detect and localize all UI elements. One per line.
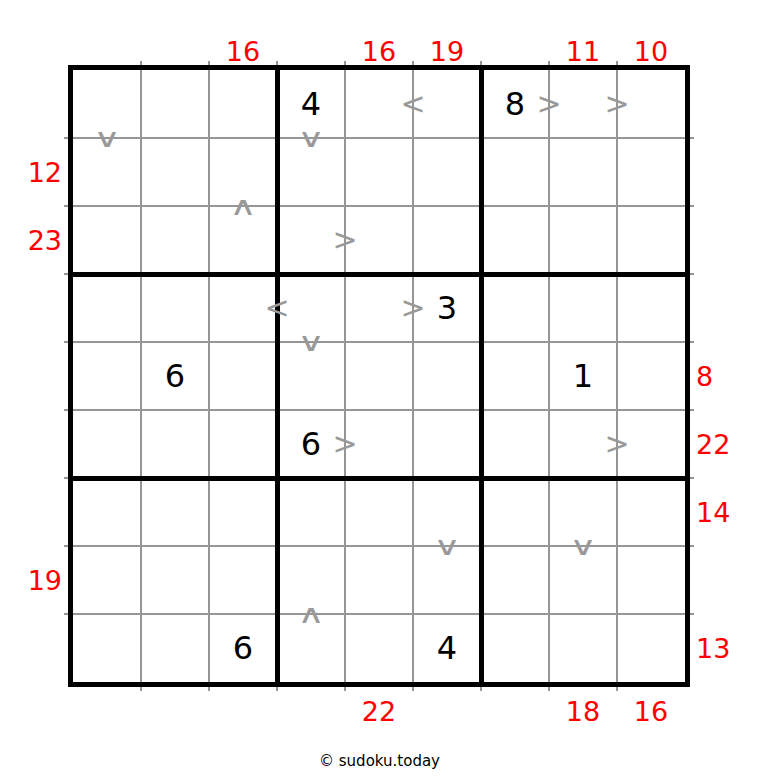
frame-bottom [68, 682, 690, 687]
xsum-clue-left-r8: 19 [0, 546, 62, 614]
cell-r4c8[interactable] [549, 274, 617, 342]
xsum-clue-right-r9: 13 [696, 614, 758, 682]
cell-r8c3[interactable] [209, 546, 277, 614]
cell-r8c6[interactable] [413, 546, 481, 614]
cell-r3c8[interactable] [549, 206, 617, 274]
cell-r2c5[interactable] [345, 138, 413, 206]
xsum-clue-top-c9: 10 [617, 38, 685, 64]
cell-r2c8[interactable] [549, 138, 617, 206]
xsum-clue-left-r3: 23 [0, 206, 62, 274]
page: 48361664<>>><>>>∨∨∧∨∨∨∧ © sudoku.today 1… [0, 0, 759, 779]
given-r1c7[interactable]: 8 [481, 70, 549, 138]
given-r4c6[interactable]: 3 [413, 274, 481, 342]
xsum-clue-right-r5: 8 [696, 342, 758, 410]
cell-r6c2[interactable] [141, 410, 209, 478]
cell-r5c9[interactable] [617, 342, 685, 410]
cell-r5c7[interactable] [481, 342, 549, 410]
xsum-clue-top-c8: 11 [549, 38, 617, 64]
cell-r8c2[interactable] [141, 546, 209, 614]
cell-r3c5[interactable] [345, 206, 413, 274]
cell-r5c5[interactable] [345, 342, 413, 410]
xsum-clue-top-c5: 16 [345, 38, 413, 64]
cell-r9c5[interactable] [345, 614, 413, 682]
cell-r4c4[interactable] [277, 274, 345, 342]
cell-r3c7[interactable] [481, 206, 549, 274]
cell-r4c1[interactable] [73, 274, 141, 342]
cell-r9c1[interactable] [73, 614, 141, 682]
cell-r3c9[interactable] [617, 206, 685, 274]
box-border-horizontal [68, 476, 690, 481]
given-r5c2[interactable]: 6 [141, 342, 209, 410]
cell-r8c9[interactable] [617, 546, 685, 614]
box-border-vertical [479, 65, 484, 687]
cell-r6c9[interactable] [617, 410, 685, 478]
xsum-clue-top-c3: 16 [209, 38, 277, 64]
xsum-clue-bottom-c8: 18 [549, 698, 617, 724]
given-r5c8[interactable]: 1 [549, 342, 617, 410]
cell-r5c1[interactable] [73, 342, 141, 410]
xsum-clue-bottom-c9: 16 [617, 698, 685, 724]
cell-r8c4[interactable] [277, 546, 345, 614]
xsum-clue-top-c6: 19 [413, 38, 481, 64]
cell-r1c1[interactable] [73, 70, 141, 138]
cell-r2c1[interactable] [73, 138, 141, 206]
cell-r2c7[interactable] [481, 138, 549, 206]
credit: © sudoku.today [0, 752, 759, 770]
cell-r6c3[interactable] [209, 410, 277, 478]
cell-r7c2[interactable] [141, 478, 209, 546]
given-r9c3[interactable]: 6 [209, 614, 277, 682]
cell-r7c6[interactable] [413, 478, 481, 546]
cell-r6c8[interactable] [549, 410, 617, 478]
cell-r4c5[interactable] [345, 274, 413, 342]
given-r6c4[interactable]: 6 [277, 410, 345, 478]
cell-r7c7[interactable] [481, 478, 549, 546]
cell-r2c4[interactable] [277, 138, 345, 206]
cell-r8c1[interactable] [73, 546, 141, 614]
xsum-clue-right-r6: 22 [696, 410, 758, 478]
cell-r4c9[interactable] [617, 274, 685, 342]
cell-r8c5[interactable] [345, 546, 413, 614]
cell-r9c8[interactable] [549, 614, 617, 682]
cell-r6c6[interactable] [413, 410, 481, 478]
box-border-vertical [275, 65, 280, 687]
cell-r5c3[interactable] [209, 342, 277, 410]
cell-r9c2[interactable] [141, 614, 209, 682]
frame-right [685, 65, 690, 687]
cell-r4c3[interactable] [209, 274, 277, 342]
cell-r7c4[interactable] [277, 478, 345, 546]
given-r1c4[interactable]: 4 [277, 70, 345, 138]
cell-r1c3[interactable] [209, 70, 277, 138]
cell-r3c2[interactable] [141, 206, 209, 274]
box-border-horizontal [68, 272, 690, 277]
cell-r1c9[interactable] [617, 70, 685, 138]
cell-r6c5[interactable] [345, 410, 413, 478]
cell-r9c9[interactable] [617, 614, 685, 682]
cell-r7c9[interactable] [617, 478, 685, 546]
cell-r3c4[interactable] [277, 206, 345, 274]
cell-r4c7[interactable] [481, 274, 549, 342]
cell-r9c7[interactable] [481, 614, 549, 682]
xsum-clue-bottom-c5: 22 [345, 698, 413, 724]
cell-r1c2[interactable] [141, 70, 209, 138]
cell-r3c3[interactable] [209, 206, 277, 274]
sudoku-board: 48361664<>>><>>>∨∨∧∨∨∨∧ [68, 65, 690, 687]
cell-r2c6[interactable] [413, 138, 481, 206]
cell-r6c7[interactable] [481, 410, 549, 478]
xsum-clue-right-r7: 14 [696, 478, 758, 546]
cell-r2c2[interactable] [141, 138, 209, 206]
cell-r2c3[interactable] [209, 138, 277, 206]
cell-r4c2[interactable] [141, 274, 209, 342]
frame-left [68, 65, 73, 687]
cell-r5c4[interactable] [277, 342, 345, 410]
cell-r2c9[interactable] [617, 138, 685, 206]
cell-r9c4[interactable] [277, 614, 345, 682]
cell-r7c5[interactable] [345, 478, 413, 546]
cell-r8c8[interactable] [549, 546, 617, 614]
cell-r5c6[interactable] [413, 342, 481, 410]
cell-r3c6[interactable] [413, 206, 481, 274]
cell-r6c1[interactable] [73, 410, 141, 478]
cell-r1c5[interactable] [345, 70, 413, 138]
cell-r3c1[interactable] [73, 206, 141, 274]
cell-r8c7[interactable] [481, 546, 549, 614]
cell-r1c8[interactable] [549, 70, 617, 138]
xsum-clue-left-r2: 12 [0, 138, 62, 206]
given-r9c6[interactable]: 4 [413, 614, 481, 682]
cell-r7c3[interactable] [209, 478, 277, 546]
cell-r7c1[interactable] [73, 478, 141, 546]
cell-r7c8[interactable] [549, 478, 617, 546]
cell-r1c6[interactable] [413, 70, 481, 138]
